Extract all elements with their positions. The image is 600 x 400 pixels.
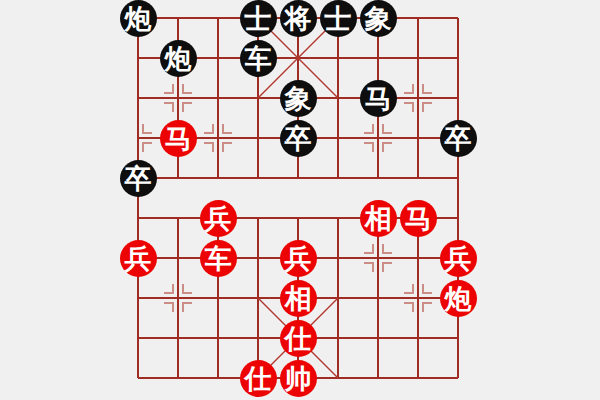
black-elephant[interactable]: 象 <box>360 0 397 37</box>
xiangqi-board: 炮士将士象炮车象马马卒卒卒兵相马兵车兵兵相炮仕仕帅 <box>0 0 600 400</box>
black-cannon[interactable]: 炮 <box>120 0 157 37</box>
black-soldier[interactable]: 卒 <box>120 160 157 197</box>
red-advisor[interactable]: 仕 <box>280 320 317 357</box>
red-horse[interactable]: 马 <box>160 120 197 157</box>
red-advisor[interactable]: 仕 <box>240 360 277 397</box>
red-general[interactable]: 帅 <box>280 360 317 397</box>
black-elephant[interactable]: 象 <box>280 80 317 117</box>
black-general[interactable]: 将 <box>280 0 317 37</box>
red-elephant[interactable]: 相 <box>280 280 317 317</box>
black-horse[interactable]: 马 <box>360 80 397 117</box>
red-elephant[interactable]: 相 <box>360 200 397 237</box>
red-soldier[interactable]: 兵 <box>440 240 477 277</box>
red-horse[interactable]: 马 <box>400 200 437 237</box>
red-chariot[interactable]: 车 <box>200 240 237 277</box>
red-cannon[interactable]: 炮 <box>440 280 477 317</box>
black-advisor[interactable]: 士 <box>320 0 357 37</box>
red-soldier[interactable]: 兵 <box>200 200 237 237</box>
black-soldier[interactable]: 卒 <box>280 120 317 157</box>
red-soldier[interactable]: 兵 <box>120 240 157 277</box>
black-advisor[interactable]: 士 <box>240 0 277 37</box>
red-soldier[interactable]: 兵 <box>280 240 317 277</box>
black-chariot[interactable]: 车 <box>240 40 277 77</box>
black-soldier[interactable]: 卒 <box>440 120 477 157</box>
piece-layer: 炮士将士象炮车象马马卒卒卒兵相马兵车兵兵相炮仕仕帅 <box>0 0 600 400</box>
black-cannon[interactable]: 炮 <box>160 40 197 77</box>
